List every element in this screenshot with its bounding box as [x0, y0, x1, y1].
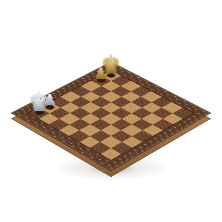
silver-rook-icon: ♜: [26, 97, 52, 113]
piece-silver-rook-a1: ♜: [29, 107, 50, 118]
board-surface: ♜♞♝♛♚♝♞♜♟♟♟♟♟♟♟♟♟♟♟♟♟♟♟♟♜♞♝♛♚♝♞♜: [12, 62, 210, 170]
scene-3d: ♜♞♝♛♚♝♞♜♟♟♟♟♟♟♟♟♟♟♟♟♟♟♟♟♜♞♝♛♚♝♞♜: [0, 0, 222, 222]
chess-board: ♜♞♝♛♚♝♞♜♟♟♟♟♟♟♟♟♟♟♟♟♟♟♟♟♜♞♝♛♚♝♞♜: [12, 62, 210, 170]
chess-set-photo: ♜♞♝♛♚♝♞♜♟♟♟♟♟♟♟♟♟♟♟♟♟♟♟♟♜♞♝♛♚♝♞♜: [0, 0, 222, 222]
